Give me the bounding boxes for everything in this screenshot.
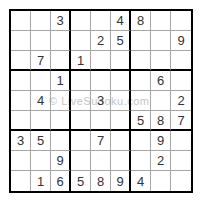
cell-r4c6[interactable] — [111, 71, 131, 91]
cell-r6c1[interactable] — [11, 111, 31, 131]
cell-r7c6[interactable] — [111, 131, 131, 151]
cell-r3c5[interactable] — [91, 51, 111, 71]
cell-r4c3: 1 — [51, 71, 71, 91]
cell-r3c1[interactable] — [11, 51, 31, 71]
cell-r1c5[interactable] — [91, 11, 111, 31]
cell-r1c9[interactable] — [171, 11, 191, 31]
cell-r2c2[interactable] — [31, 31, 51, 51]
cell-r3c6[interactable] — [111, 51, 131, 71]
cell-r8c6[interactable] — [111, 151, 131, 171]
cell-r8c5[interactable] — [91, 151, 111, 171]
cell-r5c3[interactable] — [51, 91, 71, 111]
cell-r2c3[interactable] — [51, 31, 71, 51]
cell-r4c1[interactable] — [11, 71, 31, 91]
cell-r2c1[interactable] — [11, 31, 31, 51]
cell-r6c9: 7 — [171, 111, 191, 131]
cell-r2c5: 2 — [91, 31, 111, 51]
cell-r2c6: 5 — [111, 31, 131, 51]
cell-r9c1[interactable] — [11, 171, 31, 191]
cell-r7c9[interactable] — [171, 131, 191, 151]
cell-r9c4: 5 — [71, 171, 91, 191]
cell-r1c3: 3 — [51, 11, 71, 31]
cell-r3c3[interactable] — [51, 51, 71, 71]
cell-r1c8[interactable] — [151, 11, 171, 31]
cell-r6c6[interactable] — [111, 111, 131, 131]
cell-r5c5: 3 — [91, 91, 111, 111]
cell-r5c8[interactable] — [151, 91, 171, 111]
cell-r3c7[interactable] — [131, 51, 151, 71]
cell-r6c7: 5 — [131, 111, 151, 131]
cell-r5c4[interactable] — [71, 91, 91, 111]
cell-r8c4[interactable] — [71, 151, 91, 171]
cell-r8c2[interactable] — [31, 151, 51, 171]
cell-r8c3: 9 — [51, 151, 71, 171]
cell-r8c9[interactable] — [171, 151, 191, 171]
cell-r3c2: 7 — [31, 51, 51, 71]
cell-r2c9: 9 — [171, 31, 191, 51]
cell-r2c8[interactable] — [151, 31, 171, 51]
cell-r4c8: 6 — [151, 71, 171, 91]
cell-r1c1[interactable] — [11, 11, 31, 31]
cell-r9c9[interactable] — [171, 171, 191, 191]
cell-r4c9[interactable] — [171, 71, 191, 91]
cell-r8c8: 2 — [151, 151, 171, 171]
cell-r7c2: 5 — [31, 131, 51, 151]
cell-r2c4[interactable] — [71, 31, 91, 51]
cell-r3c8[interactable] — [151, 51, 171, 71]
cell-r6c3[interactable] — [51, 111, 71, 131]
cell-r2c7[interactable] — [131, 31, 151, 51]
cell-r6c5[interactable] — [91, 111, 111, 131]
cell-r5c7[interactable] — [131, 91, 151, 111]
cell-r1c7: 8 — [131, 11, 151, 31]
cell-r7c5: 7 — [91, 131, 111, 151]
cell-r6c2[interactable] — [31, 111, 51, 131]
cell-r7c7[interactable] — [131, 131, 151, 151]
cell-r1c4[interactable] — [71, 11, 91, 31]
cell-r7c3[interactable] — [51, 131, 71, 151]
sudoku-board: © LiveSudoku.com 34825971164325873579921… — [9, 9, 193, 193]
cell-r9c8[interactable] — [151, 171, 171, 191]
cell-r5c1[interactable] — [11, 91, 31, 111]
cell-r9c5: 8 — [91, 171, 111, 191]
cell-r4c2[interactable] — [31, 71, 51, 91]
cell-r4c4[interactable] — [71, 71, 91, 91]
cell-r7c1: 3 — [11, 131, 31, 151]
cell-r8c7[interactable] — [131, 151, 151, 171]
cell-r9c2: 1 — [31, 171, 51, 191]
cell-r6c4[interactable] — [71, 111, 91, 131]
cell-r7c8: 9 — [151, 131, 171, 151]
cell-r9c6: 9 — [111, 171, 131, 191]
cell-r3c9[interactable] — [171, 51, 191, 71]
cell-r3c4: 1 — [71, 51, 91, 71]
cell-r4c7[interactable] — [131, 71, 151, 91]
cell-r6c8: 8 — [151, 111, 171, 131]
cell-r4c5[interactable] — [91, 71, 111, 91]
cell-r5c2: 4 — [31, 91, 51, 111]
cell-r1c2[interactable] — [31, 11, 51, 31]
cell-r9c7: 4 — [131, 171, 151, 191]
cell-r1c6: 4 — [111, 11, 131, 31]
cell-r8c1[interactable] — [11, 151, 31, 171]
cell-r5c9: 2 — [171, 91, 191, 111]
cell-r9c3: 6 — [51, 171, 71, 191]
cell-r7c4[interactable] — [71, 131, 91, 151]
cell-r5c6[interactable] — [111, 91, 131, 111]
